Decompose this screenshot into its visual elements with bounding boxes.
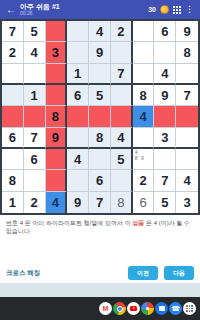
sudoku-cell-r1c1[interactable]: 7	[2, 21, 24, 42]
hint-text: 번호 4 은 이미 하이라이트된 행/열에 있어서 이 셀들 은 4 (이)가 …	[0, 215, 200, 235]
sudoku-cell-r1c9[interactable]: 9	[176, 21, 198, 42]
sudoku-cell-r3c3[interactable]	[46, 64, 68, 85]
sudoku-cell-r8c2[interactable]	[24, 170, 46, 191]
sudoku-cell-r9c4[interactable]: 9	[67, 192, 89, 213]
given-digit: 1	[74, 67, 81, 80]
sudoku-cell-r3c1[interactable]	[2, 64, 24, 85]
phone-icon[interactable]: ☎	[169, 302, 182, 315]
given-digit: 8	[52, 110, 59, 123]
sudoku-cell-r9c5[interactable]: 7	[89, 192, 111, 213]
sudoku-cell-r5c7[interactable]: 4	[133, 106, 155, 127]
sudoku-cell-r1c7[interactable]	[133, 21, 155, 42]
sudoku-cell-r3c8[interactable]: 4	[154, 64, 176, 85]
given-digit: 5	[161, 196, 168, 209]
sudoku-cell-r6c8[interactable]: 3	[154, 128, 176, 149]
given-digit: 6	[96, 174, 103, 187]
sudoku-cell-r2c4[interactable]	[67, 42, 89, 63]
boards-grid-icon[interactable]	[173, 6, 181, 14]
sudoku-cell-r5c9[interactable]	[176, 106, 198, 127]
sudoku-cell-r4c7[interactable]: 8	[133, 85, 155, 106]
given-digit: 9	[52, 131, 59, 144]
given-digit: 9	[96, 46, 103, 59]
sudoku-cell-r5c4[interactable]	[67, 106, 89, 127]
sudoku-cell-r1c3[interactable]	[46, 21, 68, 42]
sudoku-cell-r6c1[interactable]: 6	[2, 128, 24, 149]
sudoku-cell-r8c9[interactable]: 4	[176, 170, 198, 191]
pencil-notes: 489	[134, 150, 153, 168]
given-digit: 3	[183, 196, 190, 209]
given-digit: 2	[117, 25, 124, 38]
given-digit: 7	[117, 67, 124, 80]
sudoku-cell-r2c8[interactable]	[154, 42, 176, 63]
sudoku-cell-r4c4[interactable]: 6	[67, 85, 89, 106]
given-digit: 7	[161, 174, 168, 187]
sudoku-cell-r6c5[interactable]: 8	[89, 128, 111, 149]
sudoku-cell-r4c2[interactable]: 1	[24, 85, 46, 106]
given-digit: 5	[117, 153, 124, 166]
sudoku-cell-r9c1[interactable]: 1	[2, 192, 24, 213]
given-digit: 4	[96, 25, 103, 38]
sudoku-cell-r2c2[interactable]: 4	[24, 42, 46, 63]
sudoku-cell-r8c8[interactable]: 7	[154, 170, 176, 191]
sudoku-cell-r8c5[interactable]: 6	[89, 170, 111, 191]
given-digit: 4	[161, 67, 168, 80]
hint-highlighted-word: 셀들	[132, 220, 144, 226]
sudoku-cell-r7c3[interactable]	[46, 149, 68, 170]
sudoku-cell-r7c4[interactable]: 4	[67, 149, 89, 170]
given-digit: 6	[31, 153, 38, 166]
sudoku-cell-r1c2[interactable]: 5	[24, 21, 46, 42]
given-digit: 4	[139, 110, 146, 123]
given-digit: 4	[183, 174, 190, 187]
sudoku-cell-r4c3[interactable]	[46, 85, 68, 106]
hint-panel: 번호 4 은 이미 하이라이트된 행/열에 있어서 이 셀들 은 4 (이)가 …	[0, 215, 200, 283]
given-digit: 7	[96, 196, 103, 209]
timer: 00:26	[20, 11, 60, 16]
given-digit: 4	[31, 46, 38, 59]
android-taskbar: M ☎	[0, 297, 200, 320]
given-digit: 7	[9, 25, 16, 38]
given-digit: 1	[31, 89, 38, 102]
sudoku-cell-r9c2[interactable]: 2	[24, 192, 46, 213]
chrome-icon[interactable]	[113, 302, 126, 315]
sudoku-cell-r7c1[interactable]	[2, 149, 24, 170]
sudoku-cell-r5c5[interactable]	[89, 106, 111, 127]
given-digit: 2	[31, 196, 38, 209]
app-bar: ← 아주 쉬움 #1 00:26 30 ⋮	[0, 0, 200, 19]
sudoku-grid: 7542692439817416589784679843645489862741…	[0, 19, 200, 215]
coin-icon	[160, 5, 169, 14]
sudoku-cell-r3c5[interactable]	[89, 64, 111, 85]
given-digit: 6	[74, 89, 81, 102]
youtube-icon[interactable]	[127, 302, 140, 315]
app-drawer-icon[interactable]	[183, 302, 196, 315]
sudoku-cell-r1c6[interactable]: 2	[111, 21, 133, 42]
sudoku-cell-r5c2[interactable]	[24, 106, 46, 127]
sudoku-cell-r3c7[interactable]	[133, 64, 155, 85]
given-digit: 3	[52, 46, 59, 59]
given-digit: 7	[31, 131, 38, 144]
sudoku-cell-r1c5[interactable]: 4	[89, 21, 111, 42]
sudoku-cell-r2c3[interactable]: 3	[46, 42, 68, 63]
prev-button[interactable]: 이전	[128, 266, 158, 280]
overflow-menu-icon[interactable]: ⋮	[185, 0, 194, 19]
sudoku-cell-r7c5[interactable]	[89, 149, 111, 170]
sudoku-cell-r9c9[interactable]: 3	[176, 192, 198, 213]
given-digit: 8	[139, 89, 146, 102]
given-digit: 9	[183, 25, 190, 38]
sudoku-cell-r9c3[interactable]: 4	[46, 192, 68, 213]
sudoku-cell-r2c6[interactable]	[111, 42, 133, 63]
given-digit: 7	[183, 89, 190, 102]
sudoku-cell-r1c4[interactable]	[67, 21, 89, 42]
sudoku-cell-r2c7[interactable]	[133, 42, 155, 63]
technique-label: 크로스 해칭	[6, 269, 40, 278]
given-digit: 8	[96, 131, 103, 144]
photos-icon[interactable]	[141, 302, 154, 315]
sudoku-cell-r6c7[interactable]	[133, 128, 155, 149]
coin-count: 30	[148, 6, 156, 13]
sudoku-cell-r8c6[interactable]	[111, 170, 133, 191]
sudoku-cell-r9c7[interactable]: 6	[133, 192, 155, 213]
given-digit: 6	[161, 25, 168, 38]
sudoku-cell-r8c4[interactable]	[67, 170, 89, 191]
sudoku-cell-r6c2[interactable]: 7	[24, 128, 46, 149]
sudoku-cell-r8c3[interactable]	[46, 170, 68, 191]
sudoku-cell-r6c9[interactable]	[176, 128, 198, 149]
sudoku-cell-r4c8[interactable]: 9	[154, 85, 176, 106]
sudoku-cell-r3c4[interactable]: 1	[67, 64, 89, 85]
sudoku-cell-r6c4[interactable]	[67, 128, 89, 149]
sudoku-cell-r3c2[interactable]	[24, 64, 46, 85]
sudoku-cell-r7c7[interactable]: 489	[133, 149, 155, 170]
sudoku-cell-r3c6[interactable]: 7	[111, 64, 133, 85]
given-digit: 9	[161, 89, 168, 102]
given-digit: 4	[74, 153, 81, 166]
given-digit: 8	[9, 174, 16, 187]
sudoku-cell-r2c1[interactable]: 2	[2, 42, 24, 63]
sudoku-cell-r7c9[interactable]	[176, 149, 198, 170]
files-icon[interactable]	[155, 302, 168, 315]
gmail-icon[interactable]: M	[99, 302, 112, 315]
user-digit: 8	[117, 196, 124, 209]
sudoku-cell-r5c1[interactable]	[2, 106, 24, 127]
sudoku-cell-r8c1[interactable]: 8	[2, 170, 24, 191]
sudoku-cell-r4c1[interactable]	[2, 85, 24, 106]
sudoku-cell-r6c3[interactable]: 9	[46, 128, 68, 149]
sudoku-cell-r8c7[interactable]: 2	[133, 170, 155, 191]
sudoku-cell-r5c6[interactable]	[111, 106, 133, 127]
sudoku-cell-r2c5[interactable]: 9	[89, 42, 111, 63]
given-digit: 5	[96, 89, 103, 102]
sudoku-cell-r4c5[interactable]: 5	[89, 85, 111, 106]
sudoku-cell-r7c2[interactable]: 6	[24, 149, 46, 170]
page-title: 아주 쉬움 #1	[20, 3, 60, 10]
given-digit: 2	[9, 46, 16, 59]
sudoku-cell-r9c8[interactable]: 5	[154, 192, 176, 213]
sudoku-cell-r3c9[interactable]	[176, 64, 198, 85]
user-digit: 6	[139, 196, 146, 209]
sudoku-cell-r5c8[interactable]	[154, 106, 176, 127]
sudoku-cell-r5c3[interactable]: 8	[46, 106, 68, 127]
given-digit: 6	[9, 131, 16, 144]
given-digit: 1	[9, 196, 16, 209]
back-icon[interactable]: ←	[0, 0, 20, 19]
given-digit: 4	[52, 196, 59, 209]
given-digit: 3	[161, 131, 168, 144]
given-digit: 8	[183, 46, 190, 59]
sudoku-cell-r2c9[interactable]: 8	[176, 42, 198, 63]
given-digit: 2	[139, 174, 146, 187]
sudoku-cell-r4c6[interactable]	[111, 85, 133, 106]
sudoku-cell-r7c6[interactable]: 5	[111, 149, 133, 170]
sudoku-cell-r4c9[interactable]: 7	[176, 85, 198, 106]
sudoku-cell-r6c6[interactable]: 4	[111, 128, 133, 149]
sudoku-cell-r1c8[interactable]: 6	[154, 21, 176, 42]
sudoku-cell-r7c8[interactable]	[154, 149, 176, 170]
given-digit: 5	[31, 25, 38, 38]
sudoku-cell-r9c6[interactable]: 8	[111, 192, 133, 213]
given-digit: 9	[74, 196, 81, 209]
next-button[interactable]: 다음	[164, 266, 194, 280]
given-digit: 4	[117, 131, 124, 144]
